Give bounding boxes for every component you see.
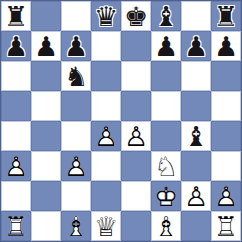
square-b6[interactable] xyxy=(31,61,61,91)
square-a2[interactable] xyxy=(1,181,31,211)
black-piece-glyph: ♜ xyxy=(211,1,241,31)
black-piece-glyph: ♝ xyxy=(181,121,211,151)
square-g2[interactable]: ♟♙ xyxy=(181,181,211,211)
black-piece-glyph: ♜ xyxy=(1,1,31,31)
square-c5[interactable] xyxy=(61,91,91,121)
square-d5[interactable] xyxy=(91,91,121,121)
square-h6[interactable] xyxy=(211,61,241,91)
square-f1[interactable]: ♝♗ xyxy=(151,211,181,241)
black-pawn[interactable]: ♟ xyxy=(181,31,211,61)
square-b1[interactable] xyxy=(31,211,61,241)
square-d3[interactable] xyxy=(91,151,121,181)
square-h1[interactable]: ♜♖ xyxy=(211,211,241,241)
black-piece-glyph: ♝ xyxy=(151,1,181,31)
black-bishop[interactable]: ♝ xyxy=(151,1,181,31)
white-bishop[interactable]: ♝♗ xyxy=(61,211,91,241)
black-piece-glyph: ♚ xyxy=(121,1,151,31)
black-queen[interactable]: ♛ xyxy=(91,1,121,31)
chess-board: ♜♛♚♝♜♟♟♟♟♟♟♞♟♙♟♙♝♟♙♟♙♞♘♚♔♟♙♟♙♜♖♝♗♛♕♝♗♜♖ xyxy=(0,0,242,242)
square-e4[interactable]: ♟♙ xyxy=(121,121,151,151)
square-g4[interactable]: ♝ xyxy=(181,121,211,151)
square-f6[interactable] xyxy=(151,61,181,91)
square-a6[interactable] xyxy=(1,61,31,91)
square-d7[interactable] xyxy=(91,31,121,61)
black-bishop[interactable]: ♝ xyxy=(181,121,211,151)
square-e7[interactable] xyxy=(121,31,151,61)
white-king[interactable]: ♚♔ xyxy=(151,181,181,211)
square-a4[interactable] xyxy=(1,121,31,151)
square-d6[interactable] xyxy=(91,61,121,91)
square-h5[interactable] xyxy=(211,91,241,121)
black-pawn[interactable]: ♟ xyxy=(211,31,241,61)
white-pawn[interactable]: ♟♙ xyxy=(181,181,211,211)
square-c1[interactable]: ♝♗ xyxy=(61,211,91,241)
white-piece-outline: ♕ xyxy=(91,211,121,241)
black-rook[interactable]: ♜ xyxy=(1,1,31,31)
white-piece-outline: ♙ xyxy=(211,181,241,211)
square-c6[interactable]: ♞ xyxy=(61,61,91,91)
square-h7[interactable]: ♟ xyxy=(211,31,241,61)
black-knight[interactable]: ♞ xyxy=(61,61,91,91)
square-e3[interactable] xyxy=(121,151,151,181)
black-pawn[interactable]: ♟ xyxy=(31,31,61,61)
black-piece-glyph: ♛ xyxy=(91,1,121,31)
black-pawn[interactable]: ♟ xyxy=(151,31,181,61)
square-c7[interactable]: ♟ xyxy=(61,31,91,61)
square-e1[interactable] xyxy=(121,211,151,241)
square-f3[interactable]: ♞♘ xyxy=(151,151,181,181)
square-h8[interactable]: ♜ xyxy=(211,1,241,31)
white-queen[interactable]: ♛♕ xyxy=(91,211,121,241)
white-piece-outline: ♙ xyxy=(61,151,91,181)
square-c3[interactable]: ♟♙ xyxy=(61,151,91,181)
white-knight[interactable]: ♞♘ xyxy=(151,151,181,181)
square-f4[interactable] xyxy=(151,121,181,151)
square-h4[interactable] xyxy=(211,121,241,151)
square-b5[interactable] xyxy=(31,91,61,121)
white-bishop[interactable]: ♝♗ xyxy=(151,211,181,241)
square-h2[interactable]: ♟♙ xyxy=(211,181,241,211)
white-piece-outline: ♘ xyxy=(151,151,181,181)
square-g7[interactable]: ♟ xyxy=(181,31,211,61)
square-c8[interactable] xyxy=(61,1,91,31)
black-pawn[interactable]: ♟ xyxy=(1,31,31,61)
square-h3[interactable] xyxy=(211,151,241,181)
square-e2[interactable] xyxy=(121,181,151,211)
square-b8[interactable] xyxy=(31,1,61,31)
square-e6[interactable] xyxy=(121,61,151,91)
square-f2[interactable]: ♚♔ xyxy=(151,181,181,211)
square-g1[interactable] xyxy=(181,211,211,241)
white-piece-outline: ♔ xyxy=(151,181,181,211)
square-a7[interactable]: ♟ xyxy=(1,31,31,61)
chess-board-container: ♜♛♚♝♜♟♟♟♟♟♟♞♟♙♟♙♝♟♙♟♙♞♘♚♔♟♙♟♙♜♖♝♗♛♕♝♗♜♖ xyxy=(0,0,242,242)
square-c4[interactable] xyxy=(61,121,91,151)
white-rook[interactable]: ♜♖ xyxy=(1,211,31,241)
square-a8[interactable]: ♜ xyxy=(1,1,31,31)
square-f7[interactable]: ♟ xyxy=(151,31,181,61)
black-piece-glyph: ♞ xyxy=(61,61,91,91)
black-piece-glyph: ♟ xyxy=(1,31,31,61)
square-e8[interactable]: ♚ xyxy=(121,1,151,31)
white-piece-outline: ♙ xyxy=(91,121,121,151)
square-g8[interactable] xyxy=(181,1,211,31)
white-pawn[interactable]: ♟♙ xyxy=(121,121,151,151)
square-d2[interactable] xyxy=(91,181,121,211)
square-g6[interactable] xyxy=(181,61,211,91)
white-pawn[interactable]: ♟♙ xyxy=(61,151,91,181)
square-b3[interactable] xyxy=(31,151,61,181)
white-piece-outline: ♙ xyxy=(181,181,211,211)
white-pawn[interactable]: ♟♙ xyxy=(211,181,241,211)
square-f5[interactable] xyxy=(151,91,181,121)
white-piece-outline: ♗ xyxy=(61,211,91,241)
white-pawn[interactable]: ♟♙ xyxy=(91,121,121,151)
square-b2[interactable] xyxy=(31,181,61,211)
square-a1[interactable]: ♜♖ xyxy=(1,211,31,241)
black-rook[interactable]: ♜ xyxy=(211,1,241,31)
white-piece-outline: ♙ xyxy=(121,121,151,151)
black-king[interactable]: ♚ xyxy=(121,1,151,31)
square-e5[interactable] xyxy=(121,91,151,121)
white-piece-outline: ♙ xyxy=(1,151,31,181)
square-d1[interactable]: ♛♕ xyxy=(91,211,121,241)
black-piece-glyph: ♟ xyxy=(211,31,241,61)
black-pawn[interactable]: ♟ xyxy=(61,31,91,61)
square-c2[interactable] xyxy=(61,181,91,211)
square-g3[interactable] xyxy=(181,151,211,181)
white-rook[interactable]: ♜♖ xyxy=(211,211,241,241)
white-piece-outline: ♖ xyxy=(1,211,31,241)
square-g5[interactable] xyxy=(181,91,211,121)
square-a5[interactable] xyxy=(1,91,31,121)
white-piece-outline: ♗ xyxy=(151,211,181,241)
black-piece-glyph: ♟ xyxy=(31,31,61,61)
square-b4[interactable] xyxy=(31,121,61,151)
black-piece-glyph: ♟ xyxy=(151,31,181,61)
square-a3[interactable]: ♟♙ xyxy=(1,151,31,181)
white-pawn[interactable]: ♟♙ xyxy=(1,151,31,181)
square-d4[interactable]: ♟♙ xyxy=(91,121,121,151)
square-d8[interactable]: ♛ xyxy=(91,1,121,31)
black-piece-glyph: ♟ xyxy=(181,31,211,61)
square-f8[interactable]: ♝ xyxy=(151,1,181,31)
square-b7[interactable]: ♟ xyxy=(31,31,61,61)
black-piece-glyph: ♟ xyxy=(61,31,91,61)
white-piece-outline: ♖ xyxy=(211,211,241,241)
